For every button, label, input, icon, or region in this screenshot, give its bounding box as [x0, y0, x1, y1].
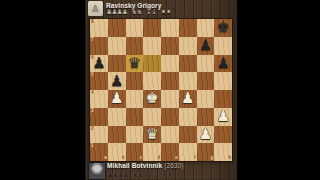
square-a6[interactable]: 6♟	[90, 55, 108, 73]
captured-black-pawn-icon: ♟	[123, 172, 128, 179]
square-g6[interactable]	[197, 55, 215, 73]
captured-black-rook-icon: ♜	[167, 172, 172, 179]
square-f7[interactable]	[179, 37, 197, 55]
rank-label-3: 3	[91, 109, 94, 114]
file-label-f: f	[194, 156, 196, 161]
letterbox-right	[237, 0, 320, 180]
square-h3[interactable]: ♟	[214, 108, 232, 126]
square-g1[interactable]: g	[197, 143, 215, 161]
file-label-c: c	[140, 156, 143, 161]
bottom-player-avatar	[88, 162, 106, 180]
piece-black-queen-c6: ♛	[128, 56, 141, 71]
square-a7[interactable]: 7	[90, 37, 108, 55]
square-c7[interactable]	[126, 37, 144, 55]
square-h7[interactable]	[214, 37, 232, 55]
square-h4[interactable]	[214, 90, 232, 108]
square-b3[interactable]	[108, 108, 126, 126]
captured-white-knight-icon: ♞	[136, 9, 141, 16]
square-b5[interactable]: ♟	[108, 72, 126, 90]
square-f5[interactable]	[179, 72, 197, 90]
file-label-d: d	[157, 156, 160, 161]
rank-label-2: 2	[91, 127, 94, 132]
file-label-h: h	[228, 156, 231, 161]
square-c3[interactable]	[126, 108, 144, 126]
rank-label-6: 6	[91, 56, 94, 61]
square-f3[interactable]	[179, 108, 197, 126]
square-a8[interactable]: 8	[90, 19, 108, 37]
square-a2[interactable]: 2	[90, 126, 108, 144]
rank-label-7: 7	[91, 38, 94, 43]
square-f4[interactable]: ♟	[179, 90, 197, 108]
square-e6[interactable]	[161, 55, 179, 73]
square-f2[interactable]	[179, 126, 197, 144]
square-d3[interactable]	[143, 108, 161, 126]
square-a1[interactable]: 1a	[90, 143, 108, 161]
square-e2[interactable]	[161, 126, 179, 144]
piece-white-queen-d2: ♛	[145, 127, 158, 142]
square-d1[interactable]: d	[143, 143, 161, 161]
square-h5[interactable]	[214, 72, 232, 90]
file-label-g: g	[211, 156, 214, 161]
file-label-a: a	[104, 156, 107, 161]
square-a4[interactable]: 4	[90, 90, 108, 108]
bottom-player-rating: (2630)	[164, 162, 183, 169]
square-c5[interactable]	[126, 72, 144, 90]
video-strip: ♟ Ravinsky Grigory ♟♟♟♟♞♞♝♝♜♜ 8♚7♟6♟♛♟5♟…	[85, 0, 237, 180]
square-d6[interactable]	[143, 55, 161, 73]
square-c2[interactable]	[126, 126, 144, 144]
square-c6[interactable]: ♛	[126, 55, 144, 73]
chess-board: 8♚7♟6♟♛♟5♟4♟♚♟3♟2♛♟1abcdefgh	[90, 19, 232, 161]
letterbox-left	[0, 0, 85, 180]
square-b7[interactable]	[108, 37, 126, 55]
square-f1[interactable]: f	[179, 143, 197, 161]
square-c8[interactable]	[126, 19, 144, 37]
square-g3[interactable]	[197, 108, 215, 126]
square-a3[interactable]: 3	[90, 108, 108, 126]
rank-label-8: 8	[91, 20, 94, 25]
square-g4[interactable]	[197, 90, 215, 108]
square-g7[interactable]: ♟	[197, 37, 215, 55]
square-d2[interactable]: ♛	[143, 126, 161, 144]
square-b6[interactable]	[108, 55, 126, 73]
square-d8[interactable]	[143, 19, 161, 37]
pawn-statue-icon: ♟	[91, 4, 100, 14]
square-c4[interactable]	[126, 90, 144, 108]
square-h8[interactable]: ♚	[214, 19, 232, 37]
top-player-captured-pieces: ♟♟♟♟♞♞♝♝♜♜	[106, 9, 171, 16]
rank-label-5: 5	[91, 73, 94, 78]
square-h1[interactable]: h	[214, 143, 232, 161]
piece-black-pawn-g7: ♟	[199, 38, 212, 53]
square-d5[interactable]	[143, 72, 161, 90]
file-label-b: b	[122, 156, 125, 161]
piece-white-king-d4: ♚	[145, 91, 158, 106]
square-e8[interactable]	[161, 19, 179, 37]
piece-white-pawn-b4: ♟	[110, 91, 123, 106]
square-g5[interactable]	[197, 72, 215, 90]
square-b2[interactable]	[108, 126, 126, 144]
square-e5[interactable]	[161, 72, 179, 90]
captured-white-bishop-icon: ♝	[151, 9, 156, 16]
square-f8[interactable]	[179, 19, 197, 37]
square-h2[interactable]	[214, 126, 232, 144]
square-b1[interactable]: b	[108, 143, 126, 161]
bottom-player-name-text: Mikhail Botvinnik	[107, 162, 162, 169]
piece-black-pawn-a6: ♟	[92, 56, 105, 71]
square-e4[interactable]	[161, 90, 179, 108]
square-e1[interactable]: e	[161, 143, 179, 161]
captured-white-rook-icon: ♜	[166, 9, 171, 16]
captured-black-knight-icon: ♞	[137, 172, 142, 179]
rank-label-1: 1	[91, 144, 94, 149]
piece-white-pawn-f4: ♟	[181, 91, 194, 106]
square-g2[interactable]: ♟	[197, 126, 215, 144]
square-e3[interactable]	[161, 108, 179, 126]
piece-white-pawn-g2: ♟	[199, 127, 212, 142]
square-f6[interactable]	[179, 55, 197, 73]
top-player-avatar: ♟	[88, 1, 103, 16]
rank-label-4: 4	[91, 91, 94, 96]
square-b8[interactable]	[108, 19, 126, 37]
square-d4[interactable]: ♚	[143, 90, 161, 108]
square-b4[interactable]: ♟	[108, 90, 126, 108]
square-a5[interactable]: 5	[90, 72, 108, 90]
square-d7[interactable]	[143, 37, 161, 55]
piece-black-pawn-h6: ♟	[216, 56, 229, 71]
square-g8[interactable]	[197, 19, 215, 37]
square-c1[interactable]: c	[126, 143, 144, 161]
piece-black-king-h8: ♚	[216, 20, 229, 35]
bottom-player-name: Mikhail Botvinnik(2630)	[107, 162, 184, 169]
square-e7[interactable]	[161, 37, 179, 55]
file-label-e: e	[175, 156, 178, 161]
captured-black-bishop-icon: ♝	[152, 172, 157, 179]
bottom-player-captured-pieces: ♟♟♟♟♞♞♝♝♜♜	[107, 172, 172, 179]
piece-black-pawn-b5: ♟	[110, 74, 123, 89]
captured-white-pawn-icon: ♟	[122, 9, 127, 16]
square-h6[interactable]: ♟	[214, 55, 232, 73]
piece-white-pawn-h3: ♟	[216, 109, 229, 124]
